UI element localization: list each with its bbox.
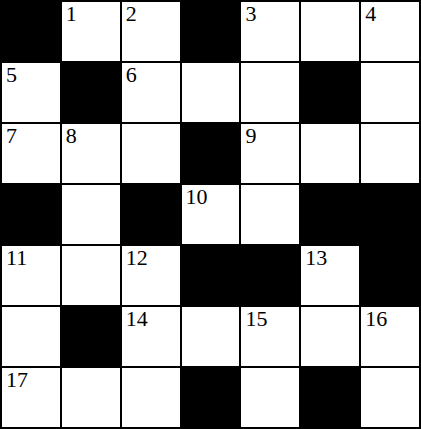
cell-r7c1[interactable]: 17 — [2, 368, 60, 427]
cell-r7c2[interactable] — [62, 368, 120, 427]
cell-r7c7[interactable] — [361, 368, 419, 427]
block-r1c1 — [2, 2, 60, 61]
cell-r3c3[interactable] — [122, 124, 180, 183]
cell-r2c4[interactable] — [182, 63, 240, 122]
clue-number: 8 — [66, 125, 77, 147]
cell-r1c6[interactable] — [301, 2, 359, 61]
cell-r2c5[interactable] — [241, 63, 299, 122]
block-r4c7 — [361, 185, 419, 244]
cell-r5c1[interactable]: 11 — [2, 246, 60, 305]
clue-number: 7 — [6, 125, 17, 147]
cell-r2c3[interactable]: 6 — [122, 63, 180, 122]
cell-r3c6[interactable] — [301, 124, 359, 183]
clue-number: 6 — [126, 64, 137, 86]
block-r5c4 — [182, 246, 240, 305]
block-r5c5 — [241, 246, 299, 305]
cell-r6c4[interactable] — [182, 307, 240, 366]
block-r4c1 — [2, 185, 60, 244]
cell-r7c5[interactable] — [241, 368, 299, 427]
cell-r3c1[interactable]: 7 — [2, 124, 60, 183]
clue-number: 16 — [365, 308, 387, 330]
cell-r5c3[interactable]: 12 — [122, 246, 180, 305]
clue-number: 2 — [126, 3, 137, 25]
cell-r6c6[interactable] — [301, 307, 359, 366]
clue-number: 11 — [6, 247, 27, 269]
cell-r1c7[interactable]: 4 — [361, 2, 419, 61]
cell-r3c2[interactable]: 8 — [62, 124, 120, 183]
cell-r5c2[interactable] — [62, 246, 120, 305]
cell-r2c1[interactable]: 5 — [2, 63, 60, 122]
clue-number: 4 — [365, 3, 376, 25]
block-r2c6 — [301, 63, 359, 122]
clue-number: 15 — [245, 308, 267, 330]
block-r7c6 — [301, 368, 359, 427]
block-r4c6 — [301, 185, 359, 244]
block-r5c7 — [361, 246, 419, 305]
clue-number: 13 — [305, 247, 327, 269]
cell-r4c5[interactable] — [241, 185, 299, 244]
cell-r6c7[interactable]: 16 — [361, 307, 419, 366]
block-r4c3 — [122, 185, 180, 244]
cell-r5c6[interactable]: 13 — [301, 246, 359, 305]
block-r1c4 — [182, 2, 240, 61]
cell-r2c7[interactable] — [361, 63, 419, 122]
clue-number: 9 — [245, 125, 256, 147]
block-r2c2 — [62, 63, 120, 122]
cell-r3c7[interactable] — [361, 124, 419, 183]
cell-r1c3[interactable]: 2 — [122, 2, 180, 61]
cell-r6c5[interactable]: 15 — [241, 307, 299, 366]
block-r6c2 — [62, 307, 120, 366]
cell-r7c3[interactable] — [122, 368, 180, 427]
cell-r6c3[interactable]: 14 — [122, 307, 180, 366]
clue-number: 17 — [6, 369, 28, 391]
block-r7c4 — [182, 368, 240, 427]
cell-r4c2[interactable] — [62, 185, 120, 244]
clue-number: 3 — [245, 3, 256, 25]
cell-r6c1[interactable] — [2, 307, 60, 366]
clue-number: 1 — [66, 3, 77, 25]
clue-number: 12 — [126, 247, 148, 269]
crossword-grid: 1234567891011121314151617 — [0, 0, 421, 429]
clue-number: 10 — [186, 186, 208, 208]
clue-number: 5 — [6, 64, 17, 86]
cell-r1c2[interactable]: 1 — [62, 2, 120, 61]
cell-r4c4[interactable]: 10 — [182, 185, 240, 244]
block-r3c4 — [182, 124, 240, 183]
clue-number: 14 — [126, 308, 148, 330]
cell-r3c5[interactable]: 9 — [241, 124, 299, 183]
cell-r1c5[interactable]: 3 — [241, 2, 299, 61]
